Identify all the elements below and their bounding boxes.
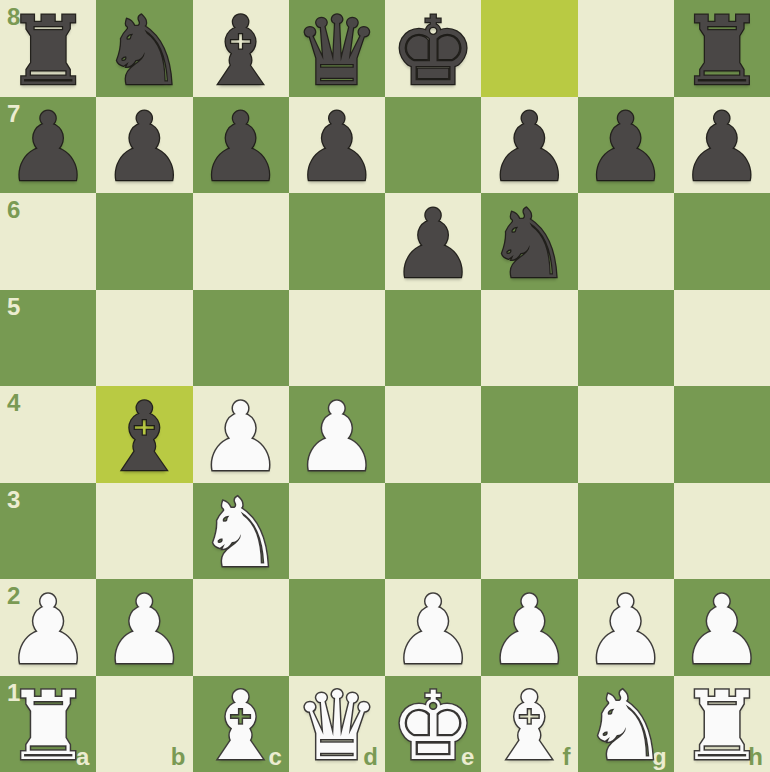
square-d2[interactable]: [289, 579, 385, 676]
black-bishop[interactable]: ♝: [198, 4, 283, 99]
rank-label-3: 3: [7, 488, 20, 512]
square-g8[interactable]: [578, 0, 674, 97]
white-pawn[interactable]: ♟: [294, 390, 379, 485]
square-g6[interactable]: [578, 193, 674, 290]
file-label-b: b: [171, 745, 186, 769]
white-pawn[interactable]: ♟: [6, 583, 91, 678]
black-pawn[interactable]: ♟: [198, 100, 283, 195]
white-knight[interactable]: ♞: [583, 679, 668, 772]
square-b5[interactable]: [96, 290, 192, 387]
square-c4[interactable]: ♟: [193, 386, 289, 483]
black-pawn[interactable]: ♟: [391, 197, 476, 292]
square-f2[interactable]: ♟: [481, 579, 577, 676]
square-e1[interactable]: e♚: [385, 676, 481, 772]
white-bishop[interactable]: ♝: [487, 679, 572, 772]
square-d7[interactable]: ♟: [289, 97, 385, 194]
square-d1[interactable]: d♛: [289, 676, 385, 772]
square-f7[interactable]: ♟: [481, 97, 577, 194]
black-rook[interactable]: ♜: [6, 4, 91, 99]
black-knight[interactable]: ♞: [102, 4, 187, 99]
white-pawn[interactable]: ♟: [679, 583, 764, 678]
square-a2[interactable]: 2♟: [0, 579, 96, 676]
square-f4[interactable]: [481, 386, 577, 483]
black-pawn[interactable]: ♟: [6, 100, 91, 195]
white-king[interactable]: ♚: [391, 679, 476, 772]
square-h2[interactable]: ♟: [674, 579, 770, 676]
black-pawn[interactable]: ♟: [679, 100, 764, 195]
white-rook[interactable]: ♜: [6, 679, 91, 772]
square-h5[interactable]: [674, 290, 770, 387]
square-a3[interactable]: 3: [0, 483, 96, 580]
square-b2[interactable]: ♟: [96, 579, 192, 676]
chess-board: 8♜♞♝♛♚♜7♟♟♟♟♟♟♟6♟♞54♝♟♟3♞2♟♟♟♟♟♟1a♜bc♝d♛…: [0, 0, 770, 772]
square-e7[interactable]: [385, 97, 481, 194]
square-d3[interactable]: [289, 483, 385, 580]
square-b6[interactable]: [96, 193, 192, 290]
square-e8[interactable]: ♚: [385, 0, 481, 97]
white-bishop[interactable]: ♝: [198, 679, 283, 772]
square-a8[interactable]: 8♜: [0, 0, 96, 97]
white-pawn[interactable]: ♟: [198, 390, 283, 485]
black-queen[interactable]: ♛: [294, 4, 379, 99]
square-c7[interactable]: ♟: [193, 97, 289, 194]
white-pawn[interactable]: ♟: [583, 583, 668, 678]
square-a6[interactable]: 6: [0, 193, 96, 290]
white-knight[interactable]: ♞: [198, 486, 283, 581]
square-g1[interactable]: g♞: [578, 676, 674, 772]
black-pawn[interactable]: ♟: [583, 100, 668, 195]
white-rook[interactable]: ♜: [679, 679, 764, 772]
square-a1[interactable]: 1a♜: [0, 676, 96, 772]
square-h1[interactable]: h♜: [674, 676, 770, 772]
black-pawn[interactable]: ♟: [294, 100, 379, 195]
white-pawn[interactable]: ♟: [391, 583, 476, 678]
square-b7[interactable]: ♟: [96, 97, 192, 194]
square-h3[interactable]: [674, 483, 770, 580]
white-queen[interactable]: ♛: [294, 679, 379, 772]
square-c3[interactable]: ♞: [193, 483, 289, 580]
square-f6[interactable]: ♞: [481, 193, 577, 290]
black-knight[interactable]: ♞: [487, 197, 572, 292]
black-king[interactable]: ♚: [391, 4, 476, 99]
square-g2[interactable]: ♟: [578, 579, 674, 676]
square-a4[interactable]: 4: [0, 386, 96, 483]
square-g4[interactable]: [578, 386, 674, 483]
square-g7[interactable]: ♟: [578, 97, 674, 194]
square-d5[interactable]: [289, 290, 385, 387]
square-e3[interactable]: [385, 483, 481, 580]
square-h4[interactable]: [674, 386, 770, 483]
square-g5[interactable]: [578, 290, 674, 387]
square-f8[interactable]: [481, 0, 577, 97]
black-bishop[interactable]: ♝: [102, 390, 187, 485]
square-f1[interactable]: f♝: [481, 676, 577, 772]
rank-label-6: 6: [7, 198, 20, 222]
square-b3[interactable]: [96, 483, 192, 580]
white-pawn[interactable]: ♟: [487, 583, 572, 678]
square-c5[interactable]: [193, 290, 289, 387]
square-g3[interactable]: [578, 483, 674, 580]
square-e6[interactable]: ♟: [385, 193, 481, 290]
square-c8[interactable]: ♝: [193, 0, 289, 97]
square-c6[interactable]: [193, 193, 289, 290]
square-b4[interactable]: ♝: [96, 386, 192, 483]
square-e5[interactable]: [385, 290, 481, 387]
square-a7[interactable]: 7♟: [0, 97, 96, 194]
rank-label-4: 4: [7, 391, 20, 415]
square-b1[interactable]: b: [96, 676, 192, 772]
square-e4[interactable]: [385, 386, 481, 483]
black-rook[interactable]: ♜: [679, 4, 764, 99]
square-h8[interactable]: ♜: [674, 0, 770, 97]
rank-label-5: 5: [7, 295, 20, 319]
square-c2[interactable]: [193, 579, 289, 676]
square-d4[interactable]: ♟: [289, 386, 385, 483]
black-pawn[interactable]: ♟: [102, 100, 187, 195]
square-f3[interactable]: [481, 483, 577, 580]
white-pawn[interactable]: ♟: [102, 583, 187, 678]
square-h6[interactable]: [674, 193, 770, 290]
square-c1[interactable]: c♝: [193, 676, 289, 772]
square-a5[interactable]: 5: [0, 290, 96, 387]
square-f5[interactable]: [481, 290, 577, 387]
square-d6[interactable]: [289, 193, 385, 290]
square-d8[interactable]: ♛: [289, 0, 385, 97]
black-pawn[interactable]: ♟: [487, 100, 572, 195]
square-e2[interactable]: ♟: [385, 579, 481, 676]
square-h7[interactable]: ♟: [674, 97, 770, 194]
square-b8[interactable]: ♞: [96, 0, 192, 97]
